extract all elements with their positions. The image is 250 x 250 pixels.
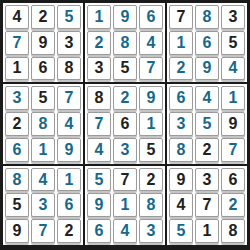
cell-r8c4[interactable]: 9 (87, 193, 111, 217)
cell-r4c9[interactable]: 1 (221, 86, 245, 110)
cell-r8c7[interactable]: 4 (169, 193, 193, 217)
cell-r7c1[interactable]: 8 (5, 168, 29, 192)
cell-r1c5[interactable]: 9 (113, 5, 137, 29)
cell-r5c3[interactable]: 4 (57, 112, 81, 136)
cell-r4c1[interactable]: 3 (5, 86, 29, 110)
cell-r2c8[interactable]: 6 (195, 31, 219, 55)
cell-r1c1[interactable]: 4 (5, 5, 29, 29)
cell-r7c7[interactable]: 9 (169, 168, 193, 192)
cell-r4c6[interactable]: 9 (139, 86, 163, 110)
sudoku-box-4: 357284619 (2, 83, 84, 164)
cell-r2c4[interactable]: 2 (87, 31, 111, 55)
cell-r8c2[interactable]: 3 (31, 193, 55, 217)
cell-r5c9[interactable]: 9 (221, 112, 245, 136)
sudoku-box-9: 936472518 (166, 165, 248, 246)
cell-r1c9[interactable]: 3 (221, 5, 245, 29)
cell-r9c1[interactable]: 9 (5, 219, 29, 243)
cell-r4c3[interactable]: 7 (57, 86, 81, 110)
cell-r7c9[interactable]: 6 (221, 168, 245, 192)
cell-r6c1[interactable]: 6 (5, 138, 29, 162)
cell-r1c6[interactable]: 6 (139, 5, 163, 29)
cell-r9c8[interactable]: 1 (195, 219, 219, 243)
cell-r9c7[interactable]: 5 (169, 219, 193, 243)
cell-r8c3[interactable]: 6 (57, 193, 81, 217)
cell-r4c4[interactable]: 8 (87, 86, 111, 110)
cell-r2c6[interactable]: 4 (139, 31, 163, 55)
cell-r9c9[interactable]: 8 (221, 219, 245, 243)
sudoku-box-7: 841536972 (2, 165, 84, 246)
cell-r3c9[interactable]: 4 (221, 57, 245, 81)
sudoku-box-5: 829761435 (84, 83, 166, 164)
cell-r1c8[interactable]: 8 (195, 5, 219, 29)
cell-r6c7[interactable]: 8 (169, 138, 193, 162)
cell-r6c3[interactable]: 9 (57, 138, 81, 162)
cell-r2c5[interactable]: 8 (113, 31, 137, 55)
sudoku-box-2: 196284357 (84, 2, 166, 83)
cell-r5c4[interactable]: 7 (87, 112, 111, 136)
cell-r7c6[interactable]: 2 (139, 168, 163, 192)
cell-r8c9[interactable]: 2 (221, 193, 245, 217)
cell-r5c8[interactable]: 5 (195, 112, 219, 136)
cell-r2c2[interactable]: 9 (31, 31, 55, 55)
cell-r3c3[interactable]: 8 (57, 57, 81, 81)
cell-r7c8[interactable]: 3 (195, 168, 219, 192)
cell-r2c3[interactable]: 3 (57, 31, 81, 55)
cell-r9c3[interactable]: 2 (57, 219, 81, 243)
sudoku-box-1: 425793168 (2, 2, 84, 83)
cell-r6c5[interactable]: 3 (113, 138, 137, 162)
cell-r4c7[interactable]: 6 (169, 86, 193, 110)
cell-r3c5[interactable]: 5 (113, 57, 137, 81)
cell-r3c1[interactable]: 1 (5, 57, 29, 81)
cell-r7c2[interactable]: 4 (31, 168, 55, 192)
cell-r1c3[interactable]: 5 (57, 5, 81, 29)
cell-r3c2[interactable]: 6 (31, 57, 55, 81)
cell-r1c4[interactable]: 1 (87, 5, 111, 29)
cell-r9c5[interactable]: 4 (113, 219, 137, 243)
sudoku-board: 4257931681962843577831652943572846198297… (0, 0, 250, 250)
cell-r9c4[interactable]: 6 (87, 219, 111, 243)
cell-r7c5[interactable]: 7 (113, 168, 137, 192)
cell-r2c1[interactable]: 7 (5, 31, 29, 55)
cell-r6c2[interactable]: 1 (31, 138, 55, 162)
cell-r6c8[interactable]: 2 (195, 138, 219, 162)
cell-r7c4[interactable]: 5 (87, 168, 111, 192)
cell-r8c6[interactable]: 8 (139, 193, 163, 217)
sudoku-box-8: 572918643 (84, 165, 166, 246)
cell-r6c9[interactable]: 7 (221, 138, 245, 162)
cell-r4c5[interactable]: 2 (113, 86, 137, 110)
cell-r7c3[interactable]: 1 (57, 168, 81, 192)
cell-r3c4[interactable]: 3 (87, 57, 111, 81)
cell-r5c2[interactable]: 8 (31, 112, 55, 136)
sudoku-box-3: 783165294 (166, 2, 248, 83)
cell-r3c6[interactable]: 7 (139, 57, 163, 81)
cell-r2c7[interactable]: 1 (169, 31, 193, 55)
cell-r9c6[interactable]: 3 (139, 219, 163, 243)
cell-r5c1[interactable]: 2 (5, 112, 29, 136)
cell-r3c7[interactable]: 2 (169, 57, 193, 81)
cell-r8c1[interactable]: 5 (5, 193, 29, 217)
cell-r3c8[interactable]: 9 (195, 57, 219, 81)
cell-r2c9[interactable]: 5 (221, 31, 245, 55)
cell-r1c7[interactable]: 7 (169, 5, 193, 29)
cell-r9c2[interactable]: 7 (31, 219, 55, 243)
cell-r8c5[interactable]: 1 (113, 193, 137, 217)
cell-r4c8[interactable]: 4 (195, 86, 219, 110)
cell-r4c2[interactable]: 5 (31, 86, 55, 110)
cell-r5c7[interactable]: 3 (169, 112, 193, 136)
cell-r1c2[interactable]: 2 (31, 5, 55, 29)
cell-r8c8[interactable]: 7 (195, 193, 219, 217)
cell-r6c6[interactable]: 5 (139, 138, 163, 162)
cell-r6c4[interactable]: 4 (87, 138, 111, 162)
cell-r5c5[interactable]: 6 (113, 112, 137, 136)
cell-r5c6[interactable]: 1 (139, 112, 163, 136)
sudoku-box-6: 641359827 (166, 83, 248, 164)
